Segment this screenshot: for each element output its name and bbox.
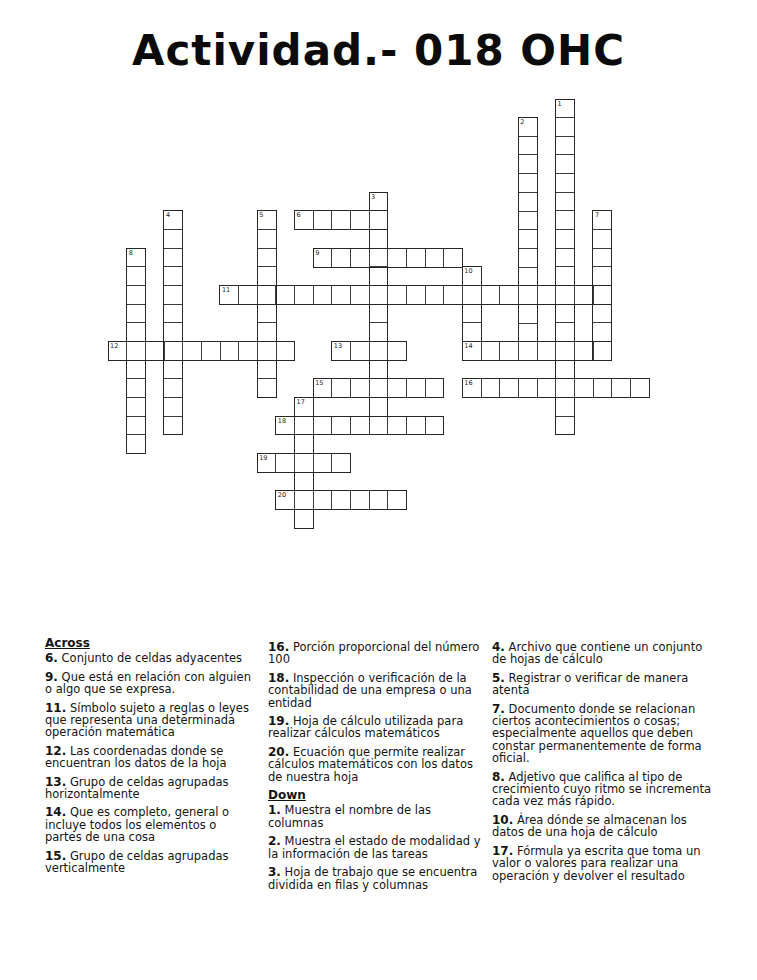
clue-12: 12. Las coordenadas donde se encuentran … — [45, 745, 253, 770]
clue-19: 19. Hoja de cálculo utilizada para reali… — [268, 715, 481, 740]
clue-1: 1. Muestra el nombre de las columnas — [268, 804, 481, 829]
clue-3: 3. Hoja de trabajo que se encuentra divi… — [268, 866, 481, 891]
clue-17: 17. Fórmula ya escrita que toma un valor… — [492, 845, 712, 882]
clue-8: 8. Adjetivo que califica al tipo de crec… — [492, 771, 712, 808]
clues-section: Across6. Conjunto de celdas adyacentes9.… — [0, 0, 757, 980]
crossword-worksheet: Actividad.- 018 OHC 12345678910111213141… — [0, 0, 757, 980]
clue-14: 14. Que es completo, general o incluye t… — [45, 806, 253, 843]
clue-18: 18. Inspección o verificación de la cont… — [268, 672, 481, 709]
clue-13: 13. Grupo de celdas agrupadas horizontal… — [45, 776, 253, 801]
clue-column-left: Across6. Conjunto de celdas adyacentes9.… — [45, 637, 253, 881]
clue-10: 10. Área dónde se almacenan los datos de… — [492, 814, 712, 839]
clue-16: 16. Porción proporcional del número 100 — [268, 641, 481, 666]
clue-2: 2. Muestra el estado de modalidad y la i… — [268, 835, 481, 860]
clue-7: 7. Documento donde se relacionan ciertos… — [492, 703, 712, 765]
clue-5: 5. Registrar o verificar de manera atent… — [492, 672, 712, 697]
clue-list-header-across: Across — [45, 637, 253, 649]
clue-20: 20. Ecuación que permite realizar cálcul… — [268, 746, 481, 783]
clue-list-header-down: Down — [268, 789, 481, 801]
clue-column-middle: 16. Porción proporcional del número 1001… — [268, 641, 481, 897]
clue-15: 15. Grupo de celdas agrupadas verticalme… — [45, 850, 253, 875]
clue-column-right: 4. Archivo que contiene un conjunto de h… — [492, 641, 712, 888]
clue-11: 11. Símbolo sujeto a reglas o leyes que … — [45, 702, 253, 739]
clue-4: 4. Archivo que contiene un conjunto de h… — [492, 641, 712, 666]
clue-6: 6. Conjunto de celdas adyacentes — [45, 652, 253, 664]
clue-9: 9. Que está en relación con alguien o al… — [45, 671, 253, 696]
